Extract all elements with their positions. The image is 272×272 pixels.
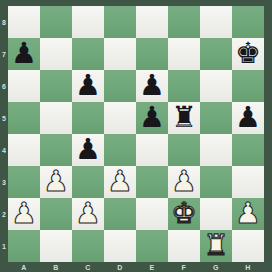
piece-black-pawn[interactable]: ♟ bbox=[136, 102, 168, 134]
square-b5[interactable] bbox=[40, 102, 72, 134]
square-h6[interactable] bbox=[232, 70, 264, 102]
square-h1[interactable] bbox=[232, 230, 264, 262]
square-b4[interactable] bbox=[40, 134, 72, 166]
square-g7[interactable] bbox=[200, 38, 232, 70]
rank-label-1: 1 bbox=[0, 230, 8, 262]
square-c7[interactable] bbox=[72, 38, 104, 70]
piece-black-pawn[interactable]: ♟ bbox=[72, 134, 104, 166]
square-a6[interactable] bbox=[8, 70, 40, 102]
square-d2[interactable] bbox=[104, 198, 136, 230]
piece-white-rook[interactable]: ♜ bbox=[200, 230, 232, 262]
square-g8[interactable] bbox=[200, 6, 232, 38]
file-label-e: E bbox=[136, 262, 168, 272]
square-f3[interactable]: ♟ bbox=[168, 166, 200, 198]
square-d8[interactable] bbox=[104, 6, 136, 38]
rank-label-6: 6 bbox=[0, 70, 8, 102]
square-e1[interactable] bbox=[136, 230, 168, 262]
piece-white-pawn[interactable]: ♟ bbox=[40, 166, 72, 198]
square-d6[interactable] bbox=[104, 70, 136, 102]
square-g1[interactable]: ♜ bbox=[200, 230, 232, 262]
piece-black-king[interactable]: ♚ bbox=[232, 38, 264, 70]
square-a7[interactable]: ♟ bbox=[8, 38, 40, 70]
square-e4[interactable] bbox=[136, 134, 168, 166]
chess-board-widget: ♟♚♟♟♟♜♟♟♟♟♟♟♟♚♟♜ 87654321 ABCDEFGH bbox=[0, 0, 272, 272]
piece-white-pawn[interactable]: ♟ bbox=[8, 198, 40, 230]
square-f7[interactable] bbox=[168, 38, 200, 70]
square-b7[interactable] bbox=[40, 38, 72, 70]
rank-label-8: 8 bbox=[0, 6, 8, 38]
square-b8[interactable] bbox=[40, 6, 72, 38]
square-e7[interactable] bbox=[136, 38, 168, 70]
rank-label-7: 7 bbox=[0, 38, 8, 70]
square-a2[interactable]: ♟ bbox=[8, 198, 40, 230]
square-c4[interactable]: ♟ bbox=[72, 134, 104, 166]
rank-label-4: 4 bbox=[0, 134, 8, 166]
square-a5[interactable] bbox=[8, 102, 40, 134]
square-h2[interactable]: ♟ bbox=[232, 198, 264, 230]
square-d7[interactable] bbox=[104, 38, 136, 70]
rank-label-2: 2 bbox=[0, 198, 8, 230]
square-e2[interactable] bbox=[136, 198, 168, 230]
square-f8[interactable] bbox=[168, 6, 200, 38]
rank-label-3: 3 bbox=[0, 166, 8, 198]
square-a3[interactable] bbox=[8, 166, 40, 198]
square-f4[interactable] bbox=[168, 134, 200, 166]
piece-black-pawn[interactable]: ♟ bbox=[136, 70, 168, 102]
square-h7[interactable]: ♚ bbox=[232, 38, 264, 70]
square-a1[interactable] bbox=[8, 230, 40, 262]
piece-black-pawn[interactable]: ♟ bbox=[72, 70, 104, 102]
chess-board: ♟♚♟♟♟♜♟♟♟♟♟♟♟♚♟♜ bbox=[8, 6, 264, 262]
square-f2[interactable]: ♚ bbox=[168, 198, 200, 230]
piece-white-pawn[interactable]: ♟ bbox=[104, 166, 136, 198]
square-c6[interactable]: ♟ bbox=[72, 70, 104, 102]
square-a8[interactable] bbox=[8, 6, 40, 38]
square-c3[interactable] bbox=[72, 166, 104, 198]
square-h4[interactable] bbox=[232, 134, 264, 166]
square-b3[interactable]: ♟ bbox=[40, 166, 72, 198]
square-e3[interactable] bbox=[136, 166, 168, 198]
file-label-a: A bbox=[8, 262, 40, 272]
file-label-h: H bbox=[232, 262, 264, 272]
square-f6[interactable] bbox=[168, 70, 200, 102]
piece-black-rook[interactable]: ♜ bbox=[168, 102, 200, 134]
piece-black-pawn[interactable]: ♟ bbox=[232, 102, 264, 134]
square-g5[interactable] bbox=[200, 102, 232, 134]
file-label-g: G bbox=[200, 262, 232, 272]
square-d5[interactable] bbox=[104, 102, 136, 134]
square-g3[interactable] bbox=[200, 166, 232, 198]
file-label-b: B bbox=[40, 262, 72, 272]
square-f1[interactable] bbox=[168, 230, 200, 262]
square-e5[interactable]: ♟ bbox=[136, 102, 168, 134]
file-label-f: F bbox=[168, 262, 200, 272]
square-h8[interactable] bbox=[232, 6, 264, 38]
rank-label-5: 5 bbox=[0, 102, 8, 134]
square-g2[interactable] bbox=[200, 198, 232, 230]
square-e6[interactable]: ♟ bbox=[136, 70, 168, 102]
piece-black-pawn[interactable]: ♟ bbox=[8, 38, 40, 70]
square-a4[interactable] bbox=[8, 134, 40, 166]
square-b2[interactable] bbox=[40, 198, 72, 230]
piece-white-pawn[interactable]: ♟ bbox=[168, 166, 200, 198]
square-c5[interactable] bbox=[72, 102, 104, 134]
piece-white-pawn[interactable]: ♟ bbox=[72, 198, 104, 230]
square-d1[interactable] bbox=[104, 230, 136, 262]
square-c1[interactable] bbox=[72, 230, 104, 262]
square-d4[interactable] bbox=[104, 134, 136, 166]
piece-white-king[interactable]: ♚ bbox=[168, 198, 200, 230]
square-c8[interactable] bbox=[72, 6, 104, 38]
piece-white-pawn[interactable]: ♟ bbox=[232, 198, 264, 230]
square-f5[interactable]: ♜ bbox=[168, 102, 200, 134]
square-e8[interactable] bbox=[136, 6, 168, 38]
square-b1[interactable] bbox=[40, 230, 72, 262]
square-h3[interactable] bbox=[232, 166, 264, 198]
square-g6[interactable] bbox=[200, 70, 232, 102]
square-d3[interactable]: ♟ bbox=[104, 166, 136, 198]
square-b6[interactable] bbox=[40, 70, 72, 102]
square-h5[interactable]: ♟ bbox=[232, 102, 264, 134]
square-c2[interactable]: ♟ bbox=[72, 198, 104, 230]
file-label-d: D bbox=[104, 262, 136, 272]
file-label-c: C bbox=[72, 262, 104, 272]
square-g4[interactable] bbox=[200, 134, 232, 166]
